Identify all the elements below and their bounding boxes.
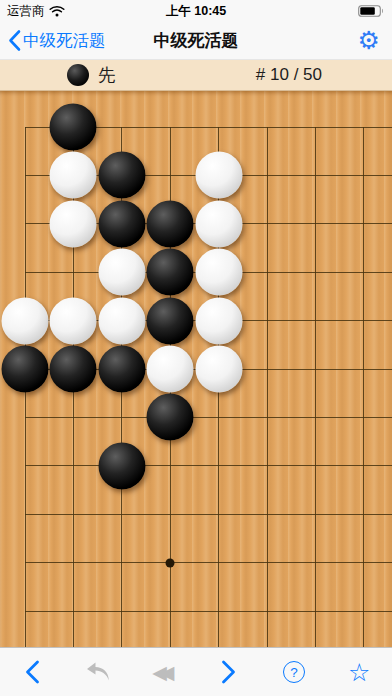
stone-black xyxy=(2,346,49,393)
settings-button[interactable]: ⚙ xyxy=(358,22,380,59)
stone-black xyxy=(147,297,194,344)
question-icon: ? xyxy=(283,661,305,683)
stone-white xyxy=(2,297,49,344)
stone-white xyxy=(98,249,145,296)
favorite-button[interactable]: ☆ xyxy=(327,648,392,696)
star-point xyxy=(166,558,175,567)
stone-white xyxy=(50,297,97,344)
stone-black xyxy=(98,200,145,247)
grid-line-horizontal xyxy=(25,465,392,466)
stone-black xyxy=(147,394,194,441)
star-icon: ☆ xyxy=(348,660,370,685)
problem-counter: # 10 / 50 xyxy=(256,65,322,85)
back-button[interactable]: 中级死活题 xyxy=(8,22,106,59)
app-window: 运营商 上午 10:45 中级死活题 中级死活题 ⚙ 先 xyxy=(0,0,392,696)
clock: 上午 10:45 xyxy=(0,3,392,20)
status-bar: 运营商 上午 10:45 xyxy=(0,0,392,22)
stone-white xyxy=(50,200,97,247)
chevron-left-icon xyxy=(24,659,41,685)
grid-line-vertical xyxy=(363,127,364,647)
stone-black xyxy=(98,346,145,393)
stone-black xyxy=(98,442,145,489)
rewind-button[interactable]: ◀◀ xyxy=(131,648,196,696)
stone-white xyxy=(195,297,242,344)
grid-line-vertical xyxy=(315,127,316,647)
rewind-icon: ◀◀ xyxy=(152,661,174,684)
stone-white xyxy=(50,152,97,199)
grid-line-horizontal xyxy=(25,514,392,515)
stone-white xyxy=(98,297,145,344)
stone-white xyxy=(195,152,242,199)
grid-line-horizontal xyxy=(25,611,392,612)
stone-white xyxy=(195,346,242,393)
puzzle-bar: 先 # 10 / 50 xyxy=(0,60,392,91)
chevron-right-icon xyxy=(220,659,237,685)
stone-white xyxy=(195,200,242,247)
back-label: 中级死活题 xyxy=(23,30,106,52)
stone-black xyxy=(50,346,97,393)
stone-black xyxy=(147,249,194,296)
grid-line-horizontal xyxy=(25,417,392,418)
grid-line-horizontal xyxy=(25,562,392,563)
help-button[interactable]: ? xyxy=(261,648,326,696)
undo-button[interactable] xyxy=(65,648,130,696)
gear-icon: ⚙ xyxy=(358,26,380,55)
undo-arrow-icon xyxy=(84,661,112,683)
grid-line-vertical xyxy=(267,127,268,647)
toolbar: ◀◀ ? ☆ xyxy=(0,647,392,696)
stone-white xyxy=(147,346,194,393)
battery-icon xyxy=(358,5,384,17)
stone-black xyxy=(50,104,97,151)
turn-stone-icon xyxy=(67,64,89,86)
next-button[interactable] xyxy=(196,648,261,696)
stone-white xyxy=(195,249,242,296)
go-board[interactable] xyxy=(0,91,392,647)
chevron-left-icon xyxy=(8,29,21,52)
stone-black xyxy=(147,200,194,247)
stone-black xyxy=(98,152,145,199)
turn-label: 先 xyxy=(98,63,116,87)
nav-bar: 中级死活题 中级死活题 ⚙ xyxy=(0,22,392,60)
prev-button[interactable] xyxy=(0,648,65,696)
